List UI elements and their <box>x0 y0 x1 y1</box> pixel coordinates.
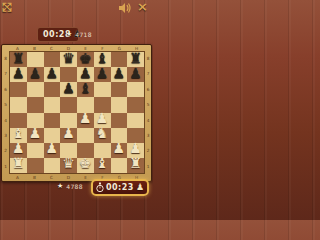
coord-label: C <box>44 45 58 50</box>
square-b5[interactable] <box>27 97 44 112</box>
square-b6[interactable] <box>27 82 44 97</box>
coord-label: B <box>27 175 41 181</box>
piece-white-pawn[interactable]: ♟ <box>113 141 126 155</box>
square-h4[interactable] <box>127 113 144 128</box>
speaker-icon <box>118 2 131 14</box>
piece-black-queen[interactable]: ♛ <box>62 51 75 65</box>
square-a1[interactable]: ♜ <box>10 158 27 173</box>
square-b7[interactable]: ♟ <box>27 67 44 82</box>
white-clock-time: 00:23 <box>106 183 134 192</box>
piece-black-rook[interactable]: ♜ <box>129 51 142 65</box>
piece-black-pawn[interactable]: ♟ <box>29 66 42 80</box>
square-f1[interactable]: ♝ <box>94 158 111 173</box>
square-g7[interactable]: ♟ <box>111 67 128 82</box>
coord-label: 4 <box>3 114 9 127</box>
square-h6[interactable] <box>127 82 144 97</box>
piece-white-bishop[interactable]: ♝ <box>12 126 25 140</box>
black-rating: ★ 4718 <box>66 30 92 38</box>
clock-icon <box>96 182 104 193</box>
square-e6[interactable]: ♝ <box>77 82 94 97</box>
coord-label: 1 <box>145 160 150 173</box>
square-a6[interactable] <box>10 82 27 97</box>
square-c2[interactable]: ♟ <box>44 143 61 158</box>
piece-black-bishop[interactable]: ♝ <box>79 81 92 95</box>
square-b1[interactable] <box>27 158 44 173</box>
coord-label: A <box>10 175 24 181</box>
coord-label: 7 <box>145 68 150 81</box>
coord-label: G <box>112 45 126 50</box>
fullscreen-button[interactable]: ⤢ ⤡ <box>2 1 16 15</box>
board-squares: ♜♛♚♝♜♟♟♟♟♟♟♟♟♝♟♟♝♟♟♞♟♟♟♟♜♛♚♝♜ <box>9 51 145 174</box>
piece-black-pawn[interactable]: ♟ <box>46 66 59 80</box>
coord-label: 6 <box>145 83 150 96</box>
piece-white-pawn[interactable]: ♟ <box>12 141 25 155</box>
coord-label: 1 <box>3 160 9 173</box>
square-h7[interactable]: ♟ <box>127 67 144 82</box>
square-f7[interactable]: ♟ <box>94 67 111 82</box>
coord-label: 8 <box>3 52 9 65</box>
square-g2[interactable]: ♟ <box>111 143 128 158</box>
piece-white-pawn[interactable]: ♟ <box>29 126 42 140</box>
piece-white-bishop[interactable]: ♝ <box>96 156 109 170</box>
chess-board: ABCDEFGH 87654321 ♜♛♚♝♜♟♟♟♟♟♟♟♟♝♟♟♝♟♟♞♟♟… <box>1 44 152 182</box>
square-c1[interactable] <box>44 158 61 173</box>
piece-white-rook[interactable]: ♜ <box>12 156 25 170</box>
square-g5[interactable] <box>111 97 128 112</box>
square-b2[interactable] <box>27 143 44 158</box>
square-g4[interactable] <box>111 113 128 128</box>
coord-label: 3 <box>3 129 9 142</box>
star-icon: ★ <box>57 182 63 190</box>
piece-black-bishop[interactable]: ♝ <box>96 51 109 65</box>
piece-white-pawn[interactable]: ♟ <box>62 126 75 140</box>
square-d8[interactable]: ♛ <box>60 52 77 67</box>
close-icon: × <box>137 0 148 14</box>
piece-white-knight[interactable]: ♞ <box>96 126 109 140</box>
piece-white-king[interactable]: ♚ <box>79 156 92 170</box>
square-g1[interactable] <box>111 158 128 173</box>
square-d6[interactable]: ♟ <box>60 82 77 97</box>
square-c6[interactable] <box>44 82 61 97</box>
coord-label: C <box>44 175 58 181</box>
piece-black-pawn[interactable]: ♟ <box>62 81 75 95</box>
square-c7[interactable]: ♟ <box>44 67 61 82</box>
white-rating: ★ 4788 <box>57 182 83 190</box>
square-h5[interactable] <box>127 97 144 112</box>
white-clock-active: 00:23 ♟ <box>91 179 149 196</box>
square-e1[interactable]: ♚ <box>77 158 94 173</box>
coord-label: 2 <box>3 144 9 157</box>
coord-label: 7 <box>3 68 9 81</box>
piece-black-pawn[interactable]: ♟ <box>96 66 109 80</box>
piece-white-pawn[interactable]: ♟ <box>79 111 92 125</box>
white-rating-value: 4788 <box>66 183 82 190</box>
piece-black-pawn[interactable]: ♟ <box>79 66 92 80</box>
square-d5[interactable] <box>60 97 77 112</box>
square-f6[interactable] <box>94 82 111 97</box>
piece-white-pawn[interactable]: ♟ <box>46 141 59 155</box>
coord-label: 6 <box>3 83 9 96</box>
piece-white-queen[interactable]: ♛ <box>62 156 75 170</box>
coord-label: E <box>78 175 92 181</box>
piece-black-rook[interactable]: ♜ <box>12 51 25 65</box>
piece-black-pawn[interactable]: ♟ <box>129 66 142 80</box>
coord-label: B <box>27 45 41 50</box>
square-b3[interactable]: ♟ <box>27 128 44 143</box>
square-a7[interactable]: ♟ <box>10 67 27 82</box>
coord-label: 8 <box>145 52 150 65</box>
coord-label: 5 <box>145 98 150 111</box>
square-g6[interactable] <box>111 82 128 97</box>
square-a5[interactable] <box>10 97 27 112</box>
square-f3[interactable]: ♞ <box>94 128 111 143</box>
square-c5[interactable] <box>44 97 61 112</box>
sound-button[interactable] <box>118 2 131 14</box>
coord-label: 3 <box>145 129 150 142</box>
piece-white-pawn[interactable]: ♟ <box>96 111 109 125</box>
black-rating-value: 4718 <box>75 31 91 38</box>
white-pawn-icon: ♟ <box>136 183 144 192</box>
coord-label: 5 <box>3 98 9 111</box>
coord-label: 4 <box>145 114 150 127</box>
rank-labels-right: 87654321 <box>145 51 151 174</box>
piece-black-pawn[interactable]: ♟ <box>12 66 25 80</box>
square-e4[interactable]: ♟ <box>77 113 94 128</box>
close-button[interactable]: × <box>135 0 150 14</box>
square-e3[interactable] <box>77 128 94 143</box>
expand-arrows-icon: ⤡ <box>2 0 12 14</box>
piece-white-pawn[interactable]: ♟ <box>129 141 142 155</box>
square-d3[interactable]: ♟ <box>60 128 77 143</box>
rank-labels-left: 87654321 <box>2 51 9 174</box>
square-c4[interactable] <box>44 113 61 128</box>
piece-black-king[interactable]: ♚ <box>79 51 92 65</box>
square-d1[interactable]: ♛ <box>60 158 77 173</box>
star-icon: ★ <box>66 30 72 38</box>
piece-black-pawn[interactable]: ♟ <box>113 66 126 80</box>
coord-label: 2 <box>145 144 150 157</box>
coord-label: D <box>61 175 75 181</box>
piece-white-rook[interactable]: ♜ <box>129 156 142 170</box>
square-h1[interactable]: ♜ <box>127 158 144 173</box>
